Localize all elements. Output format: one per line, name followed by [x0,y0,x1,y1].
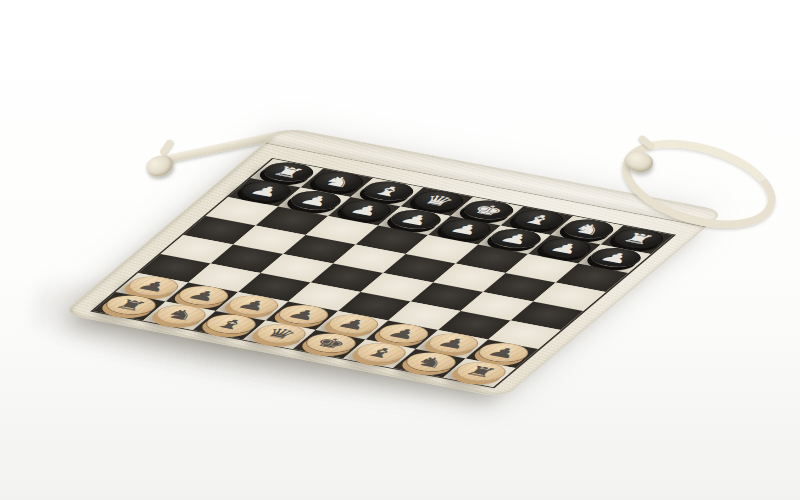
piece-glyph: ♟ [346,202,386,219]
piece-glyph: ♜ [461,363,501,380]
piece-glyph: ♟ [446,221,486,238]
piece-glyph: ♜ [268,164,308,181]
piece-glyph: ♟ [333,316,373,333]
piece-glyph: ♞ [411,354,451,371]
piece-glyph: ♟ [233,297,273,314]
piece-glyph: ♟ [296,192,336,209]
piece-glyph: ♟ [496,230,536,247]
piece-glyph: ♛ [418,192,458,209]
piece-glyph: ♟ [546,240,586,257]
piece-glyph: ♝ [518,211,558,228]
piece-glyph: ♟ [133,278,173,295]
piece-glyph: ♟ [396,211,436,228]
piece-glyph: ♟ [246,183,286,200]
piece-glyph: ♜ [111,297,151,314]
piece-glyph: ♚ [311,335,351,352]
piece-glyph: ♟ [596,249,636,266]
piece-glyph: ♚ [468,202,508,219]
piece-glyph: ♝ [211,316,251,333]
piece-glyph: ♞ [568,221,608,238]
piece-glyph: ♞ [161,306,201,323]
piece-glyph: ♟ [283,306,323,323]
piece-glyph: ♜ [618,230,658,247]
piece-glyph: ♟ [183,287,223,304]
piece-glyph: ♛ [261,325,301,342]
piece-glyph: ♝ [361,344,401,361]
piece-glyph: ♟ [433,335,473,352]
piece-glyph: ♟ [383,325,423,342]
piece-glyph: ♝ [368,183,408,200]
product-photo: ♜♞♝♛♚♝♞♜♟♟♟♟♟♟♟♟♟♟♟♟♟♟♟♟♜♞♝♛♚♝♞♜ [0,0,800,500]
rope-knot-left[interactable] [144,154,174,178]
piece-glyph: ♞ [318,173,358,190]
piece-glyph: ♟ [483,344,523,361]
